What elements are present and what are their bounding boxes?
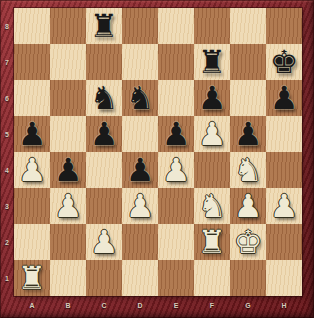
chess-board-frame: ♜♜♚♞♞♟♟♟♟♟♟♟♟♟♟♟♞♟♟♞♟♟♟♜♚♜ 87654321 ABCD… [0, 0, 314, 318]
square-e3[interactable] [158, 188, 194, 224]
piece-white-pawn[interactable]: ♟ [90, 224, 119, 260]
square-h5[interactable] [266, 116, 302, 152]
rank-label: 5 [0, 116, 14, 152]
file-label: E [158, 297, 194, 313]
square-b6[interactable] [50, 80, 86, 116]
piece-black-pawn[interactable]: ♟ [162, 116, 191, 152]
rank-label: 2 [0, 224, 14, 260]
file-label: B [50, 297, 86, 313]
square-g8[interactable] [230, 8, 266, 44]
piece-white-pawn[interactable]: ♟ [54, 188, 83, 224]
rank-label: 3 [0, 188, 14, 224]
piece-white-rook[interactable]: ♜ [198, 224, 227, 260]
square-d8[interactable] [122, 8, 158, 44]
piece-black-pawn[interactable]: ♟ [270, 80, 299, 116]
square-c4[interactable] [86, 152, 122, 188]
piece-black-pawn[interactable]: ♟ [198, 80, 227, 116]
rank-labels: 87654321 [0, 8, 14, 296]
piece-black-knight[interactable]: ♞ [90, 80, 119, 116]
square-c1[interactable] [86, 260, 122, 296]
square-c7[interactable] [86, 44, 122, 80]
square-d3[interactable]: ♟ [122, 188, 158, 224]
square-g5[interactable]: ♟ [230, 116, 266, 152]
square-a3[interactable] [14, 188, 50, 224]
square-d4[interactable]: ♟ [122, 152, 158, 188]
square-e7[interactable] [158, 44, 194, 80]
file-label: G [230, 297, 266, 313]
file-label: C [86, 297, 122, 313]
square-h2[interactable] [266, 224, 302, 260]
rank-label: 6 [0, 80, 14, 116]
square-e5[interactable]: ♟ [158, 116, 194, 152]
piece-black-pawn[interactable]: ♟ [126, 152, 155, 188]
square-a7[interactable] [14, 44, 50, 80]
square-h6[interactable]: ♟ [266, 80, 302, 116]
square-g6[interactable] [230, 80, 266, 116]
piece-black-pawn[interactable]: ♟ [54, 152, 83, 188]
file-label: F [194, 297, 230, 313]
square-d5[interactable] [122, 116, 158, 152]
piece-white-knight[interactable]: ♞ [234, 152, 263, 188]
rank-label: 8 [0, 8, 14, 44]
piece-white-pawn[interactable]: ♟ [198, 116, 227, 152]
piece-white-pawn[interactable]: ♟ [270, 188, 299, 224]
square-h8[interactable] [266, 8, 302, 44]
square-g3[interactable]: ♟ [230, 188, 266, 224]
piece-white-king[interactable]: ♚ [234, 224, 263, 260]
square-e2[interactable] [158, 224, 194, 260]
square-f5[interactable]: ♟ [194, 116, 230, 152]
square-h7[interactable]: ♚ [266, 44, 302, 80]
square-b1[interactable] [50, 260, 86, 296]
square-d2[interactable] [122, 224, 158, 260]
chess-board: ♜♜♚♞♞♟♟♟♟♟♟♟♟♟♟♟♞♟♟♞♟♟♟♜♚♜ [14, 8, 302, 296]
square-e8[interactable] [158, 8, 194, 44]
square-b5[interactable] [50, 116, 86, 152]
piece-black-king[interactable]: ♚ [270, 44, 299, 80]
square-c5[interactable]: ♟ [86, 116, 122, 152]
square-b4[interactable]: ♟ [50, 152, 86, 188]
rank-label: 1 [0, 260, 14, 296]
square-h1[interactable] [266, 260, 302, 296]
chess-diagram: ♜♜♚♞♞♟♟♟♟♟♟♟♟♟♟♟♞♟♟♞♟♟♟♜♚♜ 87654321 ABCD… [0, 0, 320, 320]
square-a6[interactable] [14, 80, 50, 116]
square-d6[interactable]: ♞ [122, 80, 158, 116]
square-e6[interactable] [158, 80, 194, 116]
square-g1[interactable] [230, 260, 266, 296]
square-a8[interactable] [14, 8, 50, 44]
file-label: D [122, 297, 158, 313]
piece-black-knight[interactable]: ♞ [126, 80, 155, 116]
square-f4[interactable] [194, 152, 230, 188]
square-h4[interactable] [266, 152, 302, 188]
square-d7[interactable] [122, 44, 158, 80]
square-f2[interactable]: ♜ [194, 224, 230, 260]
rank-label: 7 [0, 44, 14, 80]
square-e4[interactable]: ♟ [158, 152, 194, 188]
square-b7[interactable] [50, 44, 86, 80]
square-b3[interactable]: ♟ [50, 188, 86, 224]
piece-white-rook[interactable]: ♜ [18, 260, 47, 296]
square-f8[interactable] [194, 8, 230, 44]
square-f3[interactable]: ♞ [194, 188, 230, 224]
piece-white-pawn[interactable]: ♟ [126, 188, 155, 224]
square-f1[interactable] [194, 260, 230, 296]
square-b8[interactable] [50, 8, 86, 44]
square-a1[interactable]: ♜ [14, 260, 50, 296]
square-g4[interactable]: ♞ [230, 152, 266, 188]
square-f7[interactable]: ♜ [194, 44, 230, 80]
piece-black-pawn[interactable]: ♟ [90, 116, 119, 152]
square-f6[interactable]: ♟ [194, 80, 230, 116]
file-labels: ABCDEFGH [14, 297, 302, 313]
square-d1[interactable] [122, 260, 158, 296]
piece-white-pawn[interactable]: ♟ [18, 152, 47, 188]
square-c8[interactable]: ♜ [86, 8, 122, 44]
file-label: A [14, 297, 50, 313]
piece-black-pawn[interactable]: ♟ [234, 116, 263, 152]
piece-black-rook[interactable]: ♜ [90, 8, 119, 44]
rank-label: 4 [0, 152, 14, 188]
square-c3[interactable] [86, 188, 122, 224]
square-h3[interactable]: ♟ [266, 188, 302, 224]
piece-white-pawn[interactable]: ♟ [234, 188, 263, 224]
piece-black-rook[interactable]: ♜ [198, 44, 227, 80]
square-a4[interactable]: ♟ [14, 152, 50, 188]
square-g7[interactable] [230, 44, 266, 80]
file-label: H [266, 297, 302, 313]
square-g2[interactable]: ♚ [230, 224, 266, 260]
square-c6[interactable]: ♞ [86, 80, 122, 116]
square-e1[interactable] [158, 260, 194, 296]
piece-black-pawn[interactable]: ♟ [18, 116, 47, 152]
square-c2[interactable]: ♟ [86, 224, 122, 260]
piece-white-knight[interactable]: ♞ [198, 188, 227, 224]
square-b2[interactable] [50, 224, 86, 260]
square-a2[interactable] [14, 224, 50, 260]
square-a5[interactable]: ♟ [14, 116, 50, 152]
piece-white-pawn[interactable]: ♟ [162, 152, 191, 188]
